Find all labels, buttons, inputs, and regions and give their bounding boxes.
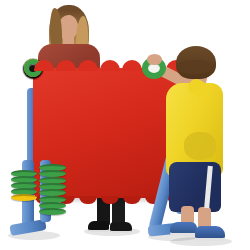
board-top-scallop: [100, 60, 120, 71]
woman-shoe-right: [110, 222, 132, 233]
boy-shirt-print: [184, 132, 216, 160]
board-top-scallop: [122, 60, 142, 71]
woman-shoe-left: [88, 221, 109, 232]
boy-shoe-left: [170, 222, 197, 236]
photo-scene: [0, 0, 250, 250]
board-bottom-scallop: [123, 196, 141, 204]
boy-shorts: [169, 162, 221, 212]
green-storage-ring: [39, 208, 66, 215]
boy-shoe-right: [195, 226, 225, 241]
board-bottom-scallop: [79, 196, 97, 204]
yellow-storage-ring: [11, 194, 37, 201]
boy-hand: [147, 54, 162, 65]
